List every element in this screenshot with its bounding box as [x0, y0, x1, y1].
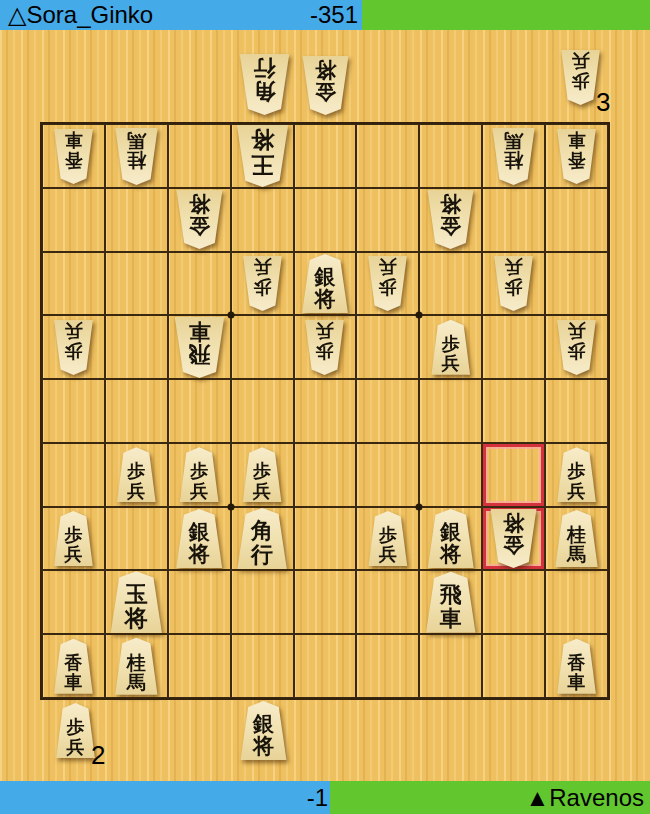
board-square[interactable]: 銀将	[419, 507, 482, 571]
koma-kanji: 将	[503, 511, 524, 534]
koma-kanji: 歩	[67, 717, 85, 736]
koma-sente-pawn[interactable]: 歩兵	[555, 447, 598, 502]
koma-kanji: 香	[568, 150, 586, 169]
board-square[interactable]: 金将	[482, 507, 545, 571]
bottom-eval-blue-segment: -1	[0, 781, 330, 814]
koma-gote-gold[interactable]: 金将	[174, 190, 225, 249]
koma-kanji: 兵	[253, 481, 271, 500]
koma-kanji: 歩	[127, 461, 145, 480]
board-square[interactable]	[294, 634, 357, 698]
board-square[interactable]: 歩兵	[294, 315, 357, 379]
koma-sente-pawn[interactable]: 歩兵	[115, 447, 158, 502]
koma-kanji: 兵	[379, 544, 397, 563]
koma-kanji: 飛	[440, 583, 462, 607]
board-square[interactable]: 金将	[419, 188, 482, 252]
star-point	[227, 312, 234, 319]
koma-kanji: 兵	[253, 258, 271, 277]
koma-gote-pawn[interactable]: 歩兵	[555, 320, 598, 375]
board-square[interactable]: 歩兵	[231, 443, 294, 507]
koma-kanji: 角	[251, 519, 273, 543]
koma-kanji: 金	[315, 81, 336, 104]
koma-kanji: 馬	[567, 544, 586, 565]
board-square[interactable]: 香車	[42, 124, 105, 188]
koma-kanji: 銀	[189, 521, 210, 544]
hand-slot-gote-gold: 金将	[300, 56, 351, 115]
koma-kanji: 銀	[314, 266, 335, 289]
koma-sente-bishop[interactable]: 角行	[235, 508, 290, 569]
koma-gote-gold[interactable]: 金将	[488, 509, 539, 568]
koma-kanji: 金	[503, 534, 524, 557]
board-square[interactable]	[168, 634, 231, 698]
koma-kanji: 馬	[127, 130, 146, 151]
koma-kanji: 馬	[127, 672, 146, 693]
top-player-bar: △Sora_Ginko -351	[0, 0, 650, 30]
koma-kanji: 車	[568, 131, 586, 150]
koma-kanji: 将	[189, 543, 210, 566]
board-square[interactable]: 桂馬	[482, 124, 545, 188]
board-square[interactable]: 歩兵	[545, 443, 608, 507]
board-square[interactable]	[105, 252, 168, 316]
koma-kanji: 将	[189, 192, 210, 215]
board-square[interactable]	[356, 315, 419, 379]
koma-gote-rook[interactable]: 飛車	[172, 317, 227, 378]
koma-kanji: 兵	[64, 544, 82, 563]
koma-gote-pawn[interactable]: 歩兵	[492, 256, 535, 311]
board-square[interactable]	[294, 188, 357, 252]
koma-sente-rook[interactable]: 飛車	[423, 572, 478, 633]
koma-sente-lance[interactable]: 香車	[555, 639, 598, 694]
board-square[interactable]: 香車	[545, 124, 608, 188]
board-square[interactable]: 王将	[231, 124, 294, 188]
koma-gote-lance[interactable]: 香車	[555, 129, 598, 184]
koma-gote-pawn[interactable]: 歩兵	[366, 256, 409, 311]
board-square[interactable]: 桂馬	[105, 124, 168, 188]
koma-kanji: 将	[440, 192, 461, 215]
koma-sente-silver[interactable]: 銀将	[299, 254, 350, 313]
board-square[interactable]	[105, 315, 168, 379]
top-player-score: -351	[310, 1, 358, 29]
board-square[interactable]: 桂馬	[105, 634, 168, 698]
board-square[interactable]	[419, 379, 482, 443]
board-square[interactable]	[482, 188, 545, 252]
board-square[interactable]	[545, 252, 608, 316]
board-square[interactable]	[482, 443, 545, 507]
koma-kanji: 歩	[442, 334, 460, 353]
koma-kanji: 歩	[379, 525, 397, 544]
board-square[interactable]	[419, 124, 482, 188]
koma-kanji: 馬	[504, 130, 523, 151]
koma-kanji: 兵	[505, 258, 523, 277]
koma-kanji: 銀	[253, 713, 274, 736]
board-square[interactable]	[294, 124, 357, 188]
koma-kanji: 歩	[379, 278, 397, 297]
koma-gote-pawn[interactable]: 歩兵	[241, 256, 284, 311]
koma-kanji: 兵	[442, 353, 460, 372]
top-eval-blue-segment: △Sora_Ginko -351	[0, 0, 362, 30]
hand-count-sente-pawn: 2	[91, 740, 105, 771]
board-square[interactable]	[419, 634, 482, 698]
koma-kanji: 歩	[64, 341, 82, 360]
koma-sente-silver[interactable]: 銀将	[425, 509, 476, 568]
koma-sente-silver[interactable]: 銀将	[238, 701, 289, 760]
koma-kanji: 車	[188, 319, 210, 343]
koma-sente-lance[interactable]: 香車	[52, 639, 95, 694]
star-point	[227, 503, 234, 510]
koma-sente-pawn[interactable]: 歩兵	[241, 447, 284, 502]
board-square[interactable]: 玉将	[105, 570, 168, 634]
board-square[interactable]: 歩兵	[231, 252, 294, 316]
koma-kanji: 歩	[316, 341, 334, 360]
bottom-player-name: ▲Ravenos	[526, 784, 644, 812]
board-square[interactable]: 歩兵	[419, 315, 482, 379]
board-square[interactable]	[294, 570, 357, 634]
board-square[interactable]	[419, 252, 482, 316]
koma-kanji: 桂	[127, 150, 146, 171]
koma-sente-king[interactable]: 玉将	[108, 571, 165, 633]
koma-gote-pawn[interactable]: 歩兵	[303, 320, 346, 375]
board-square[interactable]	[356, 124, 419, 188]
board-square[interactable]	[105, 379, 168, 443]
koma-kanji: 金	[189, 215, 210, 238]
board-square[interactable]: 香車	[545, 634, 608, 698]
top-player-name: △Sora_Ginko	[8, 1, 153, 29]
koma-kanji: 兵	[572, 52, 590, 71]
board-square[interactable]	[545, 570, 608, 634]
board-square[interactable]	[482, 570, 545, 634]
koma-kanji: 玉	[125, 582, 148, 607]
board-square[interactable]	[168, 570, 231, 634]
board-square[interactable]	[356, 188, 419, 252]
board-square[interactable]: 桂馬	[545, 507, 608, 571]
koma-gote-pawn[interactable]: 歩兵	[52, 320, 95, 375]
board-square[interactable]: 飛車	[168, 315, 231, 379]
koma-kanji: 歩	[190, 461, 208, 480]
board-square[interactable]	[356, 634, 419, 698]
board-square[interactable]	[482, 379, 545, 443]
koma-gote-bishop[interactable]: 角行	[237, 54, 292, 115]
star-point	[416, 312, 423, 319]
shogi-board: 香車桂馬王将桂馬香車金将金将歩兵銀将歩兵歩兵歩兵飛車歩兵歩兵歩兵歩兵歩兵歩兵歩兵…	[40, 122, 610, 700]
board-square[interactable]	[482, 634, 545, 698]
koma-kanji: 桂	[127, 652, 146, 673]
koma-gote-knight[interactable]: 桂馬	[113, 128, 160, 185]
koma-kanji: 香	[64, 653, 82, 672]
board-square[interactable]	[42, 188, 105, 252]
koma-kanji: 歩	[253, 461, 271, 480]
koma-kanji: 兵	[190, 481, 208, 500]
board-square[interactable]	[231, 634, 294, 698]
board-square[interactable]	[482, 315, 545, 379]
koma-gote-gold[interactable]: 金将	[300, 56, 351, 115]
koma-gote-king[interactable]: 王将	[234, 125, 291, 187]
board-square[interactable]	[294, 443, 357, 507]
koma-kanji: 歩	[568, 461, 586, 480]
board-square[interactable]	[231, 315, 294, 379]
koma-kanji: 王	[251, 152, 274, 177]
koma-sente-pawn[interactable]: 歩兵	[366, 511, 409, 566]
koma-kanji: 香	[568, 653, 586, 672]
koma-kanji: 行	[251, 543, 273, 567]
board-square[interactable]	[545, 188, 608, 252]
board-square[interactable]: 歩兵	[545, 315, 608, 379]
board-square[interactable]: 香車	[42, 634, 105, 698]
koma-kanji: 歩	[568, 341, 586, 360]
hand-count-gote-pawn: 3	[596, 87, 610, 118]
koma-kanji: 金	[440, 215, 461, 238]
koma-kanji: 歩	[253, 278, 271, 297]
koma-sente-pawn[interactable]: 歩兵	[52, 511, 95, 566]
board-square[interactable]	[105, 507, 168, 571]
koma-kanji: 将	[125, 606, 148, 631]
board-square[interactable]	[42, 252, 105, 316]
board-square[interactable]	[168, 252, 231, 316]
koma-kanji: 兵	[64, 322, 82, 341]
koma-sente-knight[interactable]: 桂馬	[553, 510, 600, 567]
koma-kanji: 兵	[127, 481, 145, 500]
koma-kanji: 銀	[440, 521, 461, 544]
top-eval-green-segment	[362, 0, 650, 30]
board-square[interactable]	[294, 379, 357, 443]
board-square[interactable]: 金将	[168, 188, 231, 252]
star-point	[416, 503, 423, 510]
koma-kanji: 将	[315, 58, 336, 81]
koma-gote-knight[interactable]: 桂馬	[490, 128, 537, 185]
board-square[interactable]: 歩兵	[482, 252, 545, 316]
board-square[interactable]	[42, 570, 105, 634]
koma-kanji: 将	[253, 735, 274, 758]
koma-kanji: 香	[64, 150, 82, 169]
board-square[interactable]	[42, 443, 105, 507]
koma-kanji: 行	[254, 56, 276, 80]
board-square[interactable]: 銀将	[294, 252, 357, 316]
board-square[interactable]: 歩兵	[356, 507, 419, 571]
board-square[interactable]: 銀将	[168, 507, 231, 571]
board-square[interactable]	[545, 379, 608, 443]
board-square[interactable]	[231, 379, 294, 443]
board-square[interactable]	[356, 379, 419, 443]
bottom-player-bar: -1 ▲Ravenos	[0, 781, 650, 814]
bottom-eval-green-segment: ▲Ravenos	[330, 781, 650, 814]
board-square[interactable]: 歩兵	[105, 443, 168, 507]
koma-kanji: 将	[314, 288, 335, 311]
board-square[interactable]	[168, 379, 231, 443]
board-square[interactable]: 歩兵	[42, 315, 105, 379]
koma-gote-gold[interactable]: 金将	[425, 190, 476, 249]
board-square[interactable]	[231, 570, 294, 634]
board-square[interactable]: 角行	[231, 507, 294, 571]
koma-kanji: 歩	[572, 71, 590, 90]
koma-kanji: 車	[64, 672, 82, 691]
board-square[interactable]	[356, 570, 419, 634]
board-square[interactable]: 歩兵	[42, 507, 105, 571]
board-square[interactable]	[42, 379, 105, 443]
koma-kanji: 兵	[67, 737, 85, 756]
koma-kanji: 兵	[379, 258, 397, 277]
koma-sente-pawn[interactable]: 歩兵	[429, 320, 472, 375]
board-square[interactable]	[356, 443, 419, 507]
koma-kanji: 桂	[567, 524, 586, 545]
koma-kanji: 歩	[505, 278, 523, 297]
koma-kanji: 将	[251, 127, 274, 152]
board-square[interactable]: 飛車	[419, 570, 482, 634]
koma-kanji: 飛	[188, 343, 210, 367]
board-square[interactable]	[294, 507, 357, 571]
koma-kanji: 歩	[64, 525, 82, 544]
koma-kanji: 角	[254, 80, 276, 104]
koma-kanji: 兵	[316, 322, 334, 341]
bottom-player-score: -1	[307, 784, 328, 812]
board-square[interactable]	[231, 188, 294, 252]
koma-kanji: 車	[440, 607, 462, 631]
board-square[interactable]	[105, 188, 168, 252]
koma-kanji: 車	[568, 672, 586, 691]
koma-gote-lance[interactable]: 香車	[52, 129, 95, 184]
board-square[interactable]	[168, 124, 231, 188]
koma-kanji: 兵	[568, 322, 586, 341]
koma-sente-silver[interactable]: 銀将	[174, 509, 225, 568]
board-square[interactable]: 歩兵	[356, 252, 419, 316]
hand-slot-gote-bishop: 角行	[237, 54, 292, 115]
board-square[interactable]	[419, 443, 482, 507]
koma-sente-knight[interactable]: 桂馬	[113, 638, 160, 695]
koma-kanji: 将	[440, 543, 461, 566]
board-square[interactable]: 歩兵	[168, 443, 231, 507]
koma-kanji: 兵	[568, 481, 586, 500]
hand-slot-sente-silver: 銀将	[238, 701, 289, 760]
koma-sente-pawn[interactable]: 歩兵	[178, 447, 221, 502]
koma-kanji: 桂	[504, 150, 523, 171]
koma-kanji: 車	[64, 131, 82, 150]
